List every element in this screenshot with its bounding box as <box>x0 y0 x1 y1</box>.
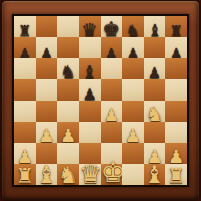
square-f8[interactable]: ♞ <box>122 16 144 37</box>
square-a3[interactable] <box>14 122 36 143</box>
square-e3[interactable] <box>101 122 123 143</box>
square-f3[interactable]: ♟ <box>122 122 144 143</box>
square-g8[interactable]: ♝ <box>144 16 166 37</box>
square-h2[interactable]: ♟ <box>165 143 187 164</box>
square-f4[interactable] <box>122 101 144 122</box>
square-h7[interactable]: ♟ <box>165 37 187 58</box>
square-c8[interactable] <box>57 16 79 37</box>
square-d6[interactable]: ♝ <box>79 58 101 79</box>
square-b6[interactable] <box>36 58 58 79</box>
square-b5[interactable] <box>36 79 58 100</box>
square-h1[interactable]: ♜ <box>165 164 187 185</box>
square-a2[interactable]: ♟ <box>14 143 36 164</box>
square-b8[interactable] <box>36 16 58 37</box>
white-knight-piece[interactable]: ♞ <box>57 164 79 187</box>
square-g4[interactable]: ♞ <box>144 101 166 122</box>
square-d4[interactable] <box>79 101 101 122</box>
chess-app-screenshot: { "game": "chess", "view": "wooden 3d bo… <box>0 0 201 201</box>
square-c4[interactable] <box>57 101 79 122</box>
square-c1[interactable]: ♞ <box>57 164 79 185</box>
square-c3[interactable]: ♟ <box>57 122 79 143</box>
white-king-piece[interactable]: ♚ <box>101 159 123 187</box>
square-h5[interactable] <box>165 79 187 100</box>
square-c2[interactable] <box>57 143 79 164</box>
square-d7[interactable] <box>79 37 101 58</box>
square-h4[interactable] <box>165 101 187 122</box>
square-e5[interactable] <box>101 79 123 100</box>
white-rook-piece[interactable]: ♜ <box>165 166 187 187</box>
square-e8[interactable]: ♚ <box>101 16 123 37</box>
square-a5[interactable] <box>14 79 36 100</box>
square-d3[interactable] <box>79 122 101 143</box>
square-g5[interactable] <box>144 79 166 100</box>
square-a7[interactable]: ♟ <box>14 37 36 58</box>
square-f5[interactable] <box>122 79 144 100</box>
square-g6[interactable]: ♟ <box>144 58 166 79</box>
white-bishop-piece[interactable]: ♝ <box>36 163 58 187</box>
square-d5[interactable]: ♟ <box>79 79 101 100</box>
square-g7[interactable] <box>144 37 166 58</box>
square-c5[interactable] <box>57 79 79 100</box>
square-b3[interactable]: ♟ <box>36 122 58 143</box>
square-h8[interactable]: ♜ <box>165 16 187 37</box>
square-a1[interactable]: ♜ <box>14 164 36 185</box>
square-e4[interactable]: ♟ <box>101 101 123 122</box>
square-e1[interactable]: ♚ <box>101 164 123 185</box>
square-d1[interactable]: ♛ <box>79 164 101 185</box>
white-queen-piece[interactable]: ♛ <box>79 161 101 187</box>
square-h6[interactable] <box>165 58 187 79</box>
square-g1[interactable]: ♝ <box>144 164 166 185</box>
square-c6[interactable]: ♞ <box>57 58 79 79</box>
square-c7[interactable] <box>57 37 79 58</box>
square-b1[interactable]: ♝ <box>36 164 58 185</box>
square-g3[interactable] <box>144 122 166 143</box>
white-rook-piece[interactable]: ♜ <box>14 166 36 187</box>
black-king-piece[interactable]: ♚ <box>101 19 123 39</box>
white-knight-piece[interactable]: ♞ <box>144 104 166 124</box>
chess-board: ♜♛♚♞♝♜♟♟♟♟♟♞♝♟♟♟♞♟♟♟♟♟♟♜♝♞♛♚♝♜ <box>12 14 189 187</box>
square-d8[interactable]: ♛ <box>79 16 101 37</box>
square-e7[interactable]: ♟ <box>101 37 123 58</box>
square-b4[interactable] <box>36 101 58 122</box>
square-a6[interactable] <box>14 58 36 79</box>
square-f1[interactable] <box>122 164 144 185</box>
square-f7[interactable]: ♟ <box>122 37 144 58</box>
white-bishop-piece[interactable]: ♝ <box>144 163 166 187</box>
square-e6[interactable] <box>101 58 123 79</box>
square-a8[interactable]: ♜ <box>14 16 36 37</box>
square-b7[interactable]: ♟ <box>36 37 58 58</box>
square-a4[interactable] <box>14 101 36 122</box>
square-h3[interactable] <box>165 122 187 143</box>
square-f6[interactable] <box>122 58 144 79</box>
